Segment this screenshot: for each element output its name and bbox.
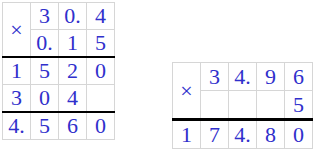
grid-row: 4. 5 6 0 [3,112,115,140]
product-digit-cell: 0 [285,120,313,149]
multiplicand-digit-cell: 9 [257,63,285,91]
multiplier-digit-cell: 5 [285,91,313,120]
grid-row: 1 5 2 0 [3,57,115,85]
multiplicand-digit-cell: 3 [201,63,229,91]
partial-product-digit-cell: 2 [59,57,87,85]
multiplicand-digit-cell: 0. [59,3,87,30]
multiplier-digit-cell: 1 [59,30,87,58]
partial-product-digit-cell: 4 [59,85,87,113]
multiplier-digit-cell: 5 [87,30,115,58]
multiplier-digit-cell: 0. [31,30,59,58]
empty-cell [229,91,257,120]
product-digit-cell: 4. [229,120,257,149]
grid-row: × 3 0. 4 [3,3,115,30]
empty-cell [201,91,229,120]
empty-cell [87,85,115,113]
multiplicand-digit-cell: 6 [285,63,313,91]
product-digit-cell: 1 [173,120,201,149]
multiplicand-digit-cell: 4. [229,63,257,91]
multiply-sign: × [3,3,31,58]
grid-row: × 3 4. 9 6 [173,63,313,91]
partial-product-digit-cell: 3 [3,85,31,113]
product-digit-cell: 4. [3,112,31,140]
left-multiplication-grid: × 3 0. 4 0. 1 5 1 5 2 0 3 0 4 4. 5 6 0 [2,2,115,140]
product-digit-cell: 6 [59,112,87,140]
partial-product-digit-cell: 0 [31,85,59,113]
partial-product-digit-cell: 5 [31,57,59,85]
partial-product-digit-cell: 0 [87,57,115,85]
grid-row: 1 7 4. 8 0 [173,120,313,149]
product-digit-cell: 0 [87,112,115,140]
partial-product-digit-cell: 1 [3,57,31,85]
empty-cell [257,91,285,120]
multiplicand-digit-cell: 3 [31,3,59,30]
product-digit-cell: 5 [31,112,59,140]
multiply-sign: × [173,63,201,120]
product-digit-cell: 7 [201,120,229,149]
right-multiplication-grid: × 3 4. 9 6 5 1 7 4. 8 0 [172,62,313,149]
product-digit-cell: 8 [257,120,285,149]
multiplicand-digit-cell: 4 [87,3,115,30]
grid-row: 3 0 4 [3,85,115,113]
